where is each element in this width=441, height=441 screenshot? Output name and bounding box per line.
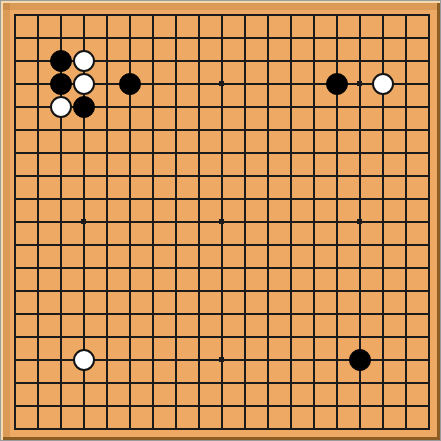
intersection-9-9[interactable] xyxy=(187,187,210,210)
intersection-19-5[interactable] xyxy=(417,95,440,118)
intersection-11-18[interactable] xyxy=(233,394,256,417)
intersection-17-6[interactable] xyxy=(371,118,394,141)
intersection-7-8[interactable] xyxy=(141,164,164,187)
intersection-11-5[interactable] xyxy=(233,95,256,118)
intersection-16-8[interactable] xyxy=(348,164,371,187)
intersection-5-14[interactable] xyxy=(95,302,118,325)
intersection-16-10[interactable] xyxy=(348,210,371,233)
intersection-1-7[interactable] xyxy=(3,141,26,164)
intersection-14-13[interactable] xyxy=(302,279,325,302)
intersection-2-2[interactable] xyxy=(26,26,49,49)
intersection-16-14[interactable] xyxy=(348,302,371,325)
intersection-5-6[interactable] xyxy=(95,118,118,141)
intersection-12-15[interactable] xyxy=(256,325,279,348)
intersection-7-11[interactable] xyxy=(141,233,164,256)
intersection-12-4[interactable] xyxy=(256,72,279,95)
intersection-6-11[interactable] xyxy=(118,233,141,256)
intersection-15-1[interactable] xyxy=(325,3,348,26)
intersection-3-9[interactable] xyxy=(49,187,72,210)
intersection-6-16[interactable] xyxy=(118,348,141,371)
intersection-5-2[interactable] xyxy=(95,26,118,49)
intersection-11-1[interactable] xyxy=(233,3,256,26)
intersection-8-17[interactable] xyxy=(164,371,187,394)
intersection-19-17[interactable] xyxy=(417,371,440,394)
intersection-7-6[interactable] xyxy=(141,118,164,141)
intersection-8-15[interactable] xyxy=(164,325,187,348)
intersection-5-1[interactable] xyxy=(95,3,118,26)
intersection-16-6[interactable] xyxy=(348,118,371,141)
intersection-15-18[interactable] xyxy=(325,394,348,417)
intersection-6-9[interactable] xyxy=(118,187,141,210)
intersection-6-14[interactable] xyxy=(118,302,141,325)
intersection-12-12[interactable] xyxy=(256,256,279,279)
intersection-15-5[interactable] xyxy=(325,95,348,118)
intersection-2-1[interactable] xyxy=(26,3,49,26)
intersection-8-14[interactable] xyxy=(164,302,187,325)
intersection-1-3[interactable] xyxy=(3,49,26,72)
intersection-17-5[interactable] xyxy=(371,95,394,118)
intersection-14-7[interactable] xyxy=(302,141,325,164)
intersection-3-17[interactable] xyxy=(49,371,72,394)
intersection-17-3[interactable] xyxy=(371,49,394,72)
intersection-16-11[interactable] xyxy=(348,233,371,256)
intersection-13-12[interactable] xyxy=(279,256,302,279)
intersection-17-4[interactable] xyxy=(371,72,394,95)
intersection-9-14[interactable] xyxy=(187,302,210,325)
intersection-18-12[interactable] xyxy=(394,256,417,279)
intersection-6-19[interactable] xyxy=(118,417,141,440)
intersection-6-10[interactable] xyxy=(118,210,141,233)
intersection-18-17[interactable] xyxy=(394,371,417,394)
intersection-15-17[interactable] xyxy=(325,371,348,394)
intersection-5-7[interactable] xyxy=(95,141,118,164)
intersection-7-7[interactable] xyxy=(141,141,164,164)
intersection-6-18[interactable] xyxy=(118,394,141,417)
intersection-10-19[interactable] xyxy=(210,417,233,440)
intersection-3-1[interactable] xyxy=(49,3,72,26)
intersection-1-16[interactable] xyxy=(3,348,26,371)
intersection-12-19[interactable] xyxy=(256,417,279,440)
intersection-3-14[interactable] xyxy=(49,302,72,325)
intersection-3-11[interactable] xyxy=(49,233,72,256)
intersection-18-6[interactable] xyxy=(394,118,417,141)
intersection-10-6[interactable] xyxy=(210,118,233,141)
intersection-13-14[interactable] xyxy=(279,302,302,325)
intersection-13-16[interactable] xyxy=(279,348,302,371)
intersection-10-17[interactable] xyxy=(210,371,233,394)
intersection-7-4[interactable] xyxy=(141,72,164,95)
intersection-13-4[interactable] xyxy=(279,72,302,95)
intersection-11-9[interactable] xyxy=(233,187,256,210)
intersection-19-19[interactable] xyxy=(417,417,440,440)
intersection-4-1[interactable] xyxy=(72,3,95,26)
intersection-16-1[interactable] xyxy=(348,3,371,26)
intersection-1-12[interactable] xyxy=(3,256,26,279)
intersection-12-16[interactable] xyxy=(256,348,279,371)
intersection-12-3[interactable] xyxy=(256,49,279,72)
intersection-19-11[interactable] xyxy=(417,233,440,256)
intersection-15-16[interactable] xyxy=(325,348,348,371)
intersection-9-6[interactable] xyxy=(187,118,210,141)
intersection-14-12[interactable] xyxy=(302,256,325,279)
intersection-7-9[interactable] xyxy=(141,187,164,210)
intersection-17-12[interactable] xyxy=(371,256,394,279)
intersection-11-12[interactable] xyxy=(233,256,256,279)
intersection-15-12[interactable] xyxy=(325,256,348,279)
intersection-14-11[interactable] xyxy=(302,233,325,256)
intersection-1-18[interactable] xyxy=(3,394,26,417)
intersection-8-7[interactable] xyxy=(164,141,187,164)
intersection-11-3[interactable] xyxy=(233,49,256,72)
intersection-12-5[interactable] xyxy=(256,95,279,118)
intersection-18-16[interactable] xyxy=(394,348,417,371)
intersection-9-11[interactable] xyxy=(187,233,210,256)
intersection-13-10[interactable] xyxy=(279,210,302,233)
intersection-7-5[interactable] xyxy=(141,95,164,118)
intersection-8-13[interactable] xyxy=(164,279,187,302)
intersection-15-8[interactable] xyxy=(325,164,348,187)
intersection-2-11[interactable] xyxy=(26,233,49,256)
intersection-19-2[interactable] xyxy=(417,26,440,49)
intersection-2-9[interactable] xyxy=(26,187,49,210)
intersection-19-10[interactable] xyxy=(417,210,440,233)
intersection-2-7[interactable] xyxy=(26,141,49,164)
intersection-11-6[interactable] xyxy=(233,118,256,141)
intersection-4-17[interactable] xyxy=(72,371,95,394)
intersection-7-12[interactable] xyxy=(141,256,164,279)
intersection-13-2[interactable] xyxy=(279,26,302,49)
intersection-8-8[interactable] xyxy=(164,164,187,187)
intersection-5-3[interactable] xyxy=(95,49,118,72)
intersection-16-17[interactable] xyxy=(348,371,371,394)
intersection-11-13[interactable] xyxy=(233,279,256,302)
intersection-10-14[interactable] xyxy=(210,302,233,325)
intersection-8-6[interactable] xyxy=(164,118,187,141)
intersection-15-2[interactable] xyxy=(325,26,348,49)
intersection-6-5[interactable] xyxy=(118,95,141,118)
intersection-6-15[interactable] xyxy=(118,325,141,348)
intersection-1-6[interactable] xyxy=(3,118,26,141)
intersection-2-10[interactable] xyxy=(26,210,49,233)
intersection-8-2[interactable] xyxy=(164,26,187,49)
intersection-16-13[interactable] xyxy=(348,279,371,302)
intersection-7-18[interactable] xyxy=(141,394,164,417)
intersection-2-13[interactable] xyxy=(26,279,49,302)
intersection-7-2[interactable] xyxy=(141,26,164,49)
intersection-3-2[interactable] xyxy=(49,26,72,49)
intersection-17-11[interactable] xyxy=(371,233,394,256)
intersection-3-19[interactable] xyxy=(49,417,72,440)
intersection-12-6[interactable] xyxy=(256,118,279,141)
intersection-18-13[interactable] xyxy=(394,279,417,302)
intersection-10-8[interactable] xyxy=(210,164,233,187)
intersection-9-10[interactable] xyxy=(187,210,210,233)
intersection-14-4[interactable] xyxy=(302,72,325,95)
intersection-11-11[interactable] xyxy=(233,233,256,256)
intersection-2-16[interactable] xyxy=(26,348,49,371)
intersection-2-17[interactable] xyxy=(26,371,49,394)
intersection-16-19[interactable] xyxy=(348,417,371,440)
intersection-9-8[interactable] xyxy=(187,164,210,187)
intersection-10-4[interactable] xyxy=(210,72,233,95)
intersection-8-18[interactable] xyxy=(164,394,187,417)
intersection-1-5[interactable] xyxy=(3,95,26,118)
intersection-11-7[interactable] xyxy=(233,141,256,164)
intersection-1-11[interactable] xyxy=(3,233,26,256)
intersection-6-17[interactable] xyxy=(118,371,141,394)
intersection-10-15[interactable] xyxy=(210,325,233,348)
intersection-14-18[interactable] xyxy=(302,394,325,417)
intersection-4-8[interactable] xyxy=(72,164,95,187)
intersection-14-3[interactable] xyxy=(302,49,325,72)
intersection-19-8[interactable] xyxy=(417,164,440,187)
intersection-12-2[interactable] xyxy=(256,26,279,49)
intersection-17-2[interactable] xyxy=(371,26,394,49)
intersection-19-9[interactable] xyxy=(417,187,440,210)
intersection-4-15[interactable] xyxy=(72,325,95,348)
intersection-16-3[interactable] xyxy=(348,49,371,72)
intersection-7-1[interactable] xyxy=(141,3,164,26)
intersection-19-4[interactable] xyxy=(417,72,440,95)
intersection-14-17[interactable] xyxy=(302,371,325,394)
intersection-6-1[interactable] xyxy=(118,3,141,26)
intersection-1-4[interactable] xyxy=(3,72,26,95)
intersection-15-9[interactable] xyxy=(325,187,348,210)
intersection-13-9[interactable] xyxy=(279,187,302,210)
intersection-7-10[interactable] xyxy=(141,210,164,233)
intersection-19-15[interactable] xyxy=(417,325,440,348)
intersection-10-12[interactable] xyxy=(210,256,233,279)
intersection-8-16[interactable] xyxy=(164,348,187,371)
intersection-9-1[interactable] xyxy=(187,3,210,26)
intersection-16-16[interactable] xyxy=(348,348,371,371)
intersection-14-5[interactable] xyxy=(302,95,325,118)
intersection-9-15[interactable] xyxy=(187,325,210,348)
intersection-14-6[interactable] xyxy=(302,118,325,141)
intersection-3-16[interactable] xyxy=(49,348,72,371)
intersection-14-8[interactable] xyxy=(302,164,325,187)
intersection-12-8[interactable] xyxy=(256,164,279,187)
intersection-3-15[interactable] xyxy=(49,325,72,348)
intersection-18-3[interactable] xyxy=(394,49,417,72)
intersection-6-4[interactable] xyxy=(118,72,141,95)
intersection-2-19[interactable] xyxy=(26,417,49,440)
intersection-6-12[interactable] xyxy=(118,256,141,279)
intersection-4-2[interactable] xyxy=(72,26,95,49)
intersection-1-13[interactable] xyxy=(3,279,26,302)
intersection-5-17[interactable] xyxy=(95,371,118,394)
intersection-8-3[interactable] xyxy=(164,49,187,72)
intersection-8-12[interactable] xyxy=(164,256,187,279)
intersection-9-3[interactable] xyxy=(187,49,210,72)
intersection-10-11[interactable] xyxy=(210,233,233,256)
intersection-17-18[interactable] xyxy=(371,394,394,417)
intersection-17-16[interactable] xyxy=(371,348,394,371)
intersection-5-12[interactable] xyxy=(95,256,118,279)
intersection-17-8[interactable] xyxy=(371,164,394,187)
intersection-7-13[interactable] xyxy=(141,279,164,302)
intersection-15-3[interactable] xyxy=(325,49,348,72)
intersection-10-7[interactable] xyxy=(210,141,233,164)
intersection-6-8[interactable] xyxy=(118,164,141,187)
intersection-17-9[interactable] xyxy=(371,187,394,210)
intersection-10-1[interactable] xyxy=(210,3,233,26)
intersection-16-2[interactable] xyxy=(348,26,371,49)
intersection-17-19[interactable] xyxy=(371,417,394,440)
intersection-3-3[interactable] xyxy=(49,49,72,72)
intersection-10-9[interactable] xyxy=(210,187,233,210)
intersection-15-19[interactable] xyxy=(325,417,348,440)
intersection-5-11[interactable] xyxy=(95,233,118,256)
intersection-14-9[interactable] xyxy=(302,187,325,210)
intersection-9-18[interactable] xyxy=(187,394,210,417)
intersection-4-10[interactable] xyxy=(72,210,95,233)
intersection-13-7[interactable] xyxy=(279,141,302,164)
intersection-2-12[interactable] xyxy=(26,256,49,279)
intersection-12-17[interactable] xyxy=(256,371,279,394)
intersection-15-4[interactable] xyxy=(325,72,348,95)
intersection-18-9[interactable] xyxy=(394,187,417,210)
intersection-5-13[interactable] xyxy=(95,279,118,302)
intersection-16-7[interactable] xyxy=(348,141,371,164)
intersection-12-10[interactable] xyxy=(256,210,279,233)
intersection-9-2[interactable] xyxy=(187,26,210,49)
intersection-11-8[interactable] xyxy=(233,164,256,187)
intersection-10-16[interactable] xyxy=(210,348,233,371)
intersection-11-17[interactable] xyxy=(233,371,256,394)
intersection-17-13[interactable] xyxy=(371,279,394,302)
intersection-7-3[interactable] xyxy=(141,49,164,72)
intersection-18-11[interactable] xyxy=(394,233,417,256)
intersection-16-5[interactable] xyxy=(348,95,371,118)
intersection-18-2[interactable] xyxy=(394,26,417,49)
intersection-9-13[interactable] xyxy=(187,279,210,302)
intersection-2-4[interactable] xyxy=(26,72,49,95)
intersection-4-18[interactable] xyxy=(72,394,95,417)
intersection-5-9[interactable] xyxy=(95,187,118,210)
intersection-18-18[interactable] xyxy=(394,394,417,417)
intersection-14-15[interactable] xyxy=(302,325,325,348)
intersection-3-10[interactable] xyxy=(49,210,72,233)
intersection-19-3[interactable] xyxy=(417,49,440,72)
intersection-4-9[interactable] xyxy=(72,187,95,210)
intersection-11-15[interactable] xyxy=(233,325,256,348)
intersection-3-8[interactable] xyxy=(49,164,72,187)
intersection-16-4[interactable] xyxy=(348,72,371,95)
intersection-1-10[interactable] xyxy=(3,210,26,233)
intersection-13-1[interactable] xyxy=(279,3,302,26)
intersection-13-5[interactable] xyxy=(279,95,302,118)
intersection-13-13[interactable] xyxy=(279,279,302,302)
intersection-18-19[interactable] xyxy=(394,417,417,440)
intersection-11-4[interactable] xyxy=(233,72,256,95)
intersection-7-16[interactable] xyxy=(141,348,164,371)
intersection-4-11[interactable] xyxy=(72,233,95,256)
intersection-17-1[interactable] xyxy=(371,3,394,26)
intersection-4-16[interactable] xyxy=(72,348,95,371)
intersection-19-16[interactable] xyxy=(417,348,440,371)
intersection-12-18[interactable] xyxy=(256,394,279,417)
intersection-6-2[interactable] xyxy=(118,26,141,49)
intersection-4-5[interactable] xyxy=(72,95,95,118)
intersection-8-1[interactable] xyxy=(164,3,187,26)
intersection-10-2[interactable] xyxy=(210,26,233,49)
intersection-6-7[interactable] xyxy=(118,141,141,164)
intersection-1-9[interactable] xyxy=(3,187,26,210)
intersection-16-9[interactable] xyxy=(348,187,371,210)
intersection-5-5[interactable] xyxy=(95,95,118,118)
intersection-1-15[interactable] xyxy=(3,325,26,348)
intersection-9-4[interactable] xyxy=(187,72,210,95)
intersection-14-19[interactable] xyxy=(302,417,325,440)
intersection-8-10[interactable] xyxy=(164,210,187,233)
intersection-13-18[interactable] xyxy=(279,394,302,417)
intersection-13-8[interactable] xyxy=(279,164,302,187)
intersection-1-1[interactable] xyxy=(3,3,26,26)
intersection-4-6[interactable] xyxy=(72,118,95,141)
intersection-17-17[interactable] xyxy=(371,371,394,394)
intersection-2-15[interactable] xyxy=(26,325,49,348)
intersection-18-7[interactable] xyxy=(394,141,417,164)
intersection-7-15[interactable] xyxy=(141,325,164,348)
intersection-8-4[interactable] xyxy=(164,72,187,95)
intersection-10-10[interactable] xyxy=(210,210,233,233)
intersection-9-17[interactable] xyxy=(187,371,210,394)
intersection-6-6[interactable] xyxy=(118,118,141,141)
intersection-18-14[interactable] xyxy=(394,302,417,325)
intersection-10-18[interactable] xyxy=(210,394,233,417)
intersection-1-2[interactable] xyxy=(3,26,26,49)
intersection-5-19[interactable] xyxy=(95,417,118,440)
intersection-4-3[interactable] xyxy=(72,49,95,72)
intersection-16-18[interactable] xyxy=(348,394,371,417)
intersection-2-14[interactable] xyxy=(26,302,49,325)
intersection-17-7[interactable] xyxy=(371,141,394,164)
intersection-12-14[interactable] xyxy=(256,302,279,325)
intersection-15-14[interactable] xyxy=(325,302,348,325)
intersection-12-1[interactable] xyxy=(256,3,279,26)
intersection-16-12[interactable] xyxy=(348,256,371,279)
intersection-10-13[interactable] xyxy=(210,279,233,302)
intersection-15-7[interactable] xyxy=(325,141,348,164)
intersection-19-6[interactable] xyxy=(417,118,440,141)
intersection-12-13[interactable] xyxy=(256,279,279,302)
intersection-7-14[interactable] xyxy=(141,302,164,325)
intersection-8-5[interactable] xyxy=(164,95,187,118)
intersection-7-17[interactable] xyxy=(141,371,164,394)
intersection-13-6[interactable] xyxy=(279,118,302,141)
intersection-9-5[interactable] xyxy=(187,95,210,118)
intersection-13-19[interactable] xyxy=(279,417,302,440)
intersection-11-19[interactable] xyxy=(233,417,256,440)
intersection-11-14[interactable] xyxy=(233,302,256,325)
intersection-6-13[interactable] xyxy=(118,279,141,302)
intersection-19-13[interactable] xyxy=(417,279,440,302)
intersection-8-19[interactable] xyxy=(164,417,187,440)
intersection-5-16[interactable] xyxy=(95,348,118,371)
intersection-19-12[interactable] xyxy=(417,256,440,279)
intersection-18-15[interactable] xyxy=(394,325,417,348)
intersection-14-1[interactable] xyxy=(302,3,325,26)
intersection-17-15[interactable] xyxy=(371,325,394,348)
intersection-11-10[interactable] xyxy=(233,210,256,233)
intersection-9-12[interactable] xyxy=(187,256,210,279)
intersection-3-6[interactable] xyxy=(49,118,72,141)
intersection-4-19[interactable] xyxy=(72,417,95,440)
intersection-6-3[interactable] xyxy=(118,49,141,72)
intersection-4-4[interactable] xyxy=(72,72,95,95)
intersection-8-9[interactable] xyxy=(164,187,187,210)
